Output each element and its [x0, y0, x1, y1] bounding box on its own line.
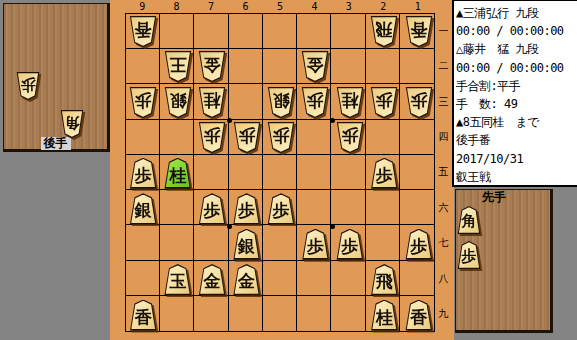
sente-piece-桂[interactable]: 桂	[164, 158, 192, 189]
koma-kanji: 王	[169, 56, 186, 77]
koma-shape: 歩	[336, 122, 364, 153]
info-line: 叡王戦	[456, 168, 577, 186]
koma-kanji: 玉	[169, 269, 186, 290]
sente-piece-金[interactable]: 金	[198, 264, 226, 295]
square-81[interactable]	[160, 14, 194, 49]
square-77[interactable]	[194, 225, 228, 260]
sente-piece-歩[interactable]: 歩	[267, 193, 295, 224]
koma-kanji: 歩	[204, 127, 221, 148]
sente-piece-歩[interactable]: 歩	[198, 193, 226, 224]
koma-kanji: 歩	[238, 127, 255, 148]
gote-piece-金[interactable]: 金	[301, 51, 329, 82]
gote-piece-桂[interactable]: 桂	[336, 87, 364, 118]
square-24[interactable]	[366, 120, 400, 155]
square-38[interactable]	[331, 261, 365, 296]
koma-kanji: 銀	[135, 198, 152, 219]
koma-kanji: 歩	[204, 198, 221, 219]
gote-piece-角[interactable]: 角	[60, 110, 84, 138]
file-label-8: 8	[159, 1, 193, 13]
square-44[interactable]	[297, 120, 331, 155]
koma-shape: 香	[405, 16, 433, 47]
koma-shape: 歩	[370, 87, 398, 118]
square-89[interactable]	[160, 296, 194, 331]
koma-kanji: 金	[204, 269, 221, 290]
koma-shape: 歩	[457, 241, 481, 269]
square-62[interactable]	[229, 49, 263, 84]
koma-shape: 歩	[129, 158, 157, 189]
koma-shape: 飛	[370, 16, 398, 47]
koma-shape: 歩	[267, 122, 295, 153]
koma-kanji: 歩	[238, 198, 255, 219]
gote-hand-panel: 後手 歩角	[3, 3, 110, 152]
file-label-2: 2	[366, 1, 400, 13]
koma-shape: 歩	[405, 229, 433, 260]
square-46[interactable]	[297, 190, 331, 225]
koma-shape: 金	[198, 264, 226, 295]
gote-piece-歩[interactable]: 歩	[405, 87, 433, 118]
gote-piece-歩[interactable]: 歩	[129, 87, 157, 118]
koma-kanji: 歩	[462, 246, 477, 264]
square-22[interactable]	[366, 49, 400, 84]
shogi-app: 987654321 香飛香王金金歩銀桂銀歩桂歩歩歩歩歩歩歩桂歩銀歩歩歩銀歩歩歩玉…	[0, 0, 577, 340]
koma-kanji: 金	[238, 269, 255, 290]
koma-kanji: 桂	[169, 163, 186, 184]
koma-kanji: 桂	[204, 92, 221, 113]
sente-piece-金[interactable]: 金	[233, 264, 261, 295]
gote-piece-歩[interactable]: 歩	[336, 122, 364, 153]
info-line: ▲8五同桂 まで	[456, 113, 577, 131]
file-label-6: 6	[228, 1, 262, 13]
square-16[interactable]	[400, 190, 434, 225]
square-35[interactable]	[331, 155, 365, 190]
koma-kanji: 角	[462, 211, 477, 229]
square-59[interactable]	[263, 296, 297, 331]
sente-piece-歩[interactable]: 歩	[457, 241, 481, 269]
info-line: 00:00 / 00:00:00	[456, 22, 577, 40]
koma-kanji: 桂	[341, 92, 358, 113]
koma-shape: 王	[164, 51, 192, 82]
koma-shape: 角	[60, 110, 84, 138]
gote-piece-歩[interactable]: 歩	[267, 122, 295, 153]
sente-piece-香[interactable]: 香	[405, 300, 433, 331]
koma-kanji: 銀	[238, 234, 255, 255]
gote-piece-歩[interactable]: 歩	[233, 122, 261, 153]
sente-tray-label: 先手	[482, 191, 506, 204]
koma-kanji: 香	[410, 21, 427, 42]
info-line: 00:00 / 00:00:00	[456, 59, 577, 77]
file-label-7: 7	[194, 1, 228, 13]
square-41[interactable]	[297, 14, 331, 49]
koma-shape: 角	[457, 206, 481, 234]
koma-shape: 銀	[267, 87, 295, 118]
koma-kanji: 飛	[376, 21, 393, 42]
koma-shape: 飛	[370, 264, 398, 295]
gote-piece-歩[interactable]: 歩	[301, 87, 329, 118]
square-98[interactable]	[126, 261, 160, 296]
rank-label-1: 一	[436, 13, 451, 48]
gote-piece-銀[interactable]: 銀	[267, 87, 295, 118]
sente-piece-銀[interactable]: 銀	[233, 229, 261, 260]
rank-label-5: 五	[436, 155, 451, 190]
sente-piece-桂[interactable]: 桂	[370, 300, 398, 331]
koma-shape: 銀	[129, 193, 157, 224]
koma-kanji: 歩	[135, 163, 152, 184]
info-line: ▲三浦弘行 九段	[456, 4, 577, 22]
sente-piece-玉[interactable]: 玉	[164, 264, 192, 295]
koma-kanji: 金	[204, 56, 221, 77]
koma-shape: 金	[301, 51, 329, 82]
square-75[interactable]	[194, 155, 228, 190]
square-26[interactable]	[366, 190, 400, 225]
gote-piece-桂[interactable]: 桂	[198, 87, 226, 118]
koma-shape: 玉	[164, 264, 192, 295]
square-39[interactable]	[331, 296, 365, 331]
square-31[interactable]	[331, 14, 365, 49]
rank-label-4: 四	[436, 119, 451, 154]
info-line: 手 数: 49	[456, 95, 577, 113]
square-87[interactable]	[160, 225, 194, 260]
gote-piece-銀[interactable]: 銀	[164, 87, 192, 118]
square-18[interactable]	[400, 261, 434, 296]
sente-piece-歩[interactable]: 歩	[336, 229, 364, 260]
sente-piece-歩[interactable]: 歩	[370, 158, 398, 189]
koma-shape: 歩	[198, 193, 226, 224]
koma-kanji: 飛	[376, 269, 393, 290]
square-71[interactable]	[194, 14, 228, 49]
square-84[interactable]	[160, 120, 194, 155]
info-line: 手合割:平手	[456, 77, 577, 95]
koma-kanji: 銀	[169, 92, 186, 113]
koma-kanji: 歩	[21, 77, 36, 95]
koma-shape: 歩	[301, 229, 329, 260]
sente-piece-香[interactable]: 香	[129, 300, 157, 331]
koma-kanji: 角	[65, 115, 80, 133]
gote-piece-歩[interactable]: 歩	[370, 87, 398, 118]
square-61[interactable]	[229, 14, 263, 49]
square-79[interactable]	[194, 296, 228, 331]
square-36[interactable]	[331, 190, 365, 225]
koma-kanji: 香	[410, 305, 427, 326]
file-label-5: 5	[263, 1, 297, 13]
koma-shape: 歩	[267, 193, 295, 224]
hoshi-dot	[227, 224, 232, 229]
square-55[interactable]	[263, 155, 297, 190]
koma-shape: 歩	[233, 193, 261, 224]
square-97[interactable]	[126, 225, 160, 260]
koma-kanji: 歩	[410, 92, 427, 113]
koma-shape: 香	[405, 300, 433, 331]
rank-label-3: 三	[436, 84, 451, 119]
koma-kanji: 歩	[307, 92, 324, 113]
square-52[interactable]	[263, 49, 297, 84]
koma-kanji: 香	[135, 305, 152, 326]
gote-piece-香[interactable]: 香	[129, 16, 157, 47]
square-58[interactable]	[263, 261, 297, 296]
file-label-9: 9	[125, 1, 159, 13]
koma-kanji: 歩	[376, 163, 393, 184]
info-line: △藤井 猛 九段	[456, 40, 577, 58]
square-14[interactable]	[400, 120, 434, 155]
koma-shape: 桂	[336, 87, 364, 118]
koma-shape: 歩	[129, 87, 157, 118]
shogi-board: 香飛香王金金歩銀桂銀歩桂歩歩歩歩歩歩歩桂歩銀歩歩歩銀歩歩歩玉金金飛香桂香	[125, 13, 435, 332]
koma-shape: 歩	[405, 87, 433, 118]
koma-kanji: 銀	[272, 92, 289, 113]
square-49[interactable]	[297, 296, 331, 331]
square-32[interactable]	[331, 49, 365, 84]
square-57[interactable]	[263, 225, 297, 260]
square-12[interactable]	[400, 49, 434, 84]
square-94[interactable]	[126, 120, 160, 155]
sente-hand-panel: 先手 角歩	[455, 189, 553, 333]
koma-shape: 桂	[198, 87, 226, 118]
gote-tray-label: 後手	[41, 137, 71, 150]
koma-shape: 歩	[301, 87, 329, 118]
koma-shape: 金	[233, 264, 261, 295]
koma-kanji: 歩	[376, 92, 393, 113]
info-line: 後手番	[456, 131, 577, 149]
koma-shape: 銀	[233, 229, 261, 260]
koma-shape: 桂	[370, 300, 398, 331]
square-27[interactable]	[366, 225, 400, 260]
sente-piece-銀[interactable]: 銀	[129, 193, 157, 224]
sente-piece-歩[interactable]: 歩	[301, 229, 329, 260]
rank-label-2: 二	[436, 48, 451, 83]
koma-kanji: 歩	[135, 92, 152, 113]
sente-piece-角[interactable]: 角	[457, 206, 481, 234]
koma-kanji: 歩	[341, 127, 358, 148]
info-line: 2017/10/31	[456, 150, 577, 168]
square-48[interactable]	[297, 261, 331, 296]
file-label-1: 1	[401, 1, 435, 13]
koma-shape: 歩	[370, 158, 398, 189]
koma-kanji: 歩	[307, 234, 324, 255]
square-65[interactable]	[229, 155, 263, 190]
rank-label-9: 九	[436, 297, 451, 332]
file-label-3: 3	[332, 1, 366, 13]
square-63[interactable]	[229, 84, 263, 119]
koma-shape: 銀	[164, 87, 192, 118]
square-92[interactable]	[126, 49, 160, 84]
square-86[interactable]	[160, 190, 194, 225]
koma-shape: 歩	[16, 72, 40, 100]
square-69[interactable]	[229, 296, 263, 331]
koma-kanji: 歩	[272, 198, 289, 219]
sente-piece-歩[interactable]: 歩	[129, 158, 157, 189]
koma-kanji: 金	[307, 56, 324, 77]
gote-piece-飛[interactable]: 飛	[370, 16, 398, 47]
koma-kanji: 歩	[272, 127, 289, 148]
koma-kanji: 香	[135, 21, 152, 42]
koma-shape: 香	[129, 300, 157, 331]
rank-label-6: 六	[436, 190, 451, 225]
sente-piece-歩[interactable]: 歩	[405, 229, 433, 260]
rank-label-8: 八	[436, 261, 451, 296]
koma-shape: 香	[129, 16, 157, 47]
sente-piece-飛[interactable]: 飛	[370, 264, 398, 295]
info-panel: ▲三浦弘行 九段00:00 / 00:00:00△藤井 猛 九段00:00 / …	[452, 0, 577, 187]
gote-piece-金[interactable]: 金	[198, 51, 226, 82]
gote-piece-歩[interactable]: 歩	[16, 72, 40, 100]
gote-piece-王[interactable]: 王	[164, 51, 192, 82]
hoshi-dot	[227, 118, 232, 123]
square-45[interactable]	[297, 155, 331, 190]
rank-label-7: 七	[436, 226, 451, 261]
koma-shape: 歩	[336, 229, 364, 260]
koma-kanji: 歩	[410, 234, 427, 255]
koma-shape: 歩	[233, 122, 261, 153]
koma-shape: 金	[198, 51, 226, 82]
koma-shape: 歩	[198, 122, 226, 153]
gote-piece-歩[interactable]: 歩	[198, 122, 226, 153]
file-label-4: 4	[297, 1, 331, 13]
hoshi-dot	[330, 118, 335, 123]
koma-kanji: 桂	[376, 305, 393, 326]
sente-piece-歩[interactable]: 歩	[233, 193, 261, 224]
koma-kanji: 歩	[341, 234, 358, 255]
square-51[interactable]	[263, 14, 297, 49]
koma-shape: 桂	[164, 158, 192, 189]
gote-piece-香[interactable]: 香	[405, 16, 433, 47]
square-15[interactable]	[400, 155, 434, 190]
